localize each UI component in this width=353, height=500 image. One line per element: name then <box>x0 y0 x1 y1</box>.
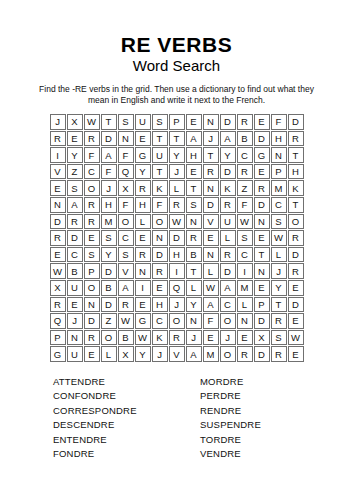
grid-cell-r3c6: G <box>135 147 151 163</box>
grid-cell-r5c6: R <box>135 180 151 196</box>
grid-cell-r10c12: I <box>237 263 253 279</box>
word-item-fondre: FONDRE <box>53 447 200 462</box>
grid-cell-r12c14: T <box>271 297 287 313</box>
grid-cell-r1c4: T <box>101 114 117 130</box>
grid-cell-r3c10: T <box>203 147 219 163</box>
grid-cell-r10c11: D <box>220 263 236 279</box>
grid-cell-r4c4: F <box>101 164 117 180</box>
grid-cell-r9c15: D <box>288 247 304 263</box>
grid-cell-r10c7: R <box>152 263 168 279</box>
grid-cell-r14c14: S <box>271 330 287 346</box>
grid-cell-r12c10: A <box>203 297 219 313</box>
grid-cell-r5c12: Z <box>237 180 253 196</box>
word-item-descendre: DESCENDRE <box>53 418 200 433</box>
grid-cell-r3c7: U <box>152 147 168 163</box>
grid-cell-r12c2: E <box>67 297 83 313</box>
word-item-entendre: ENTENDRE <box>53 433 200 448</box>
grid-cell-r7c8: W <box>169 214 185 230</box>
grid-cell-r15c12: R <box>237 346 253 362</box>
grid-cell-r11c6: I <box>135 280 151 296</box>
grid-cell-r6c5: F <box>118 197 134 213</box>
grid-cell-r1c8: P <box>169 114 185 130</box>
grid-cell-r9c1: E <box>50 247 66 263</box>
grid-cell-r6c8: R <box>169 197 185 213</box>
grid-cell-r6c11: R <box>220 197 236 213</box>
grid-cell-r10c9: T <box>186 263 202 279</box>
grid-cell-r3c13: G <box>254 147 270 163</box>
word-item-mordre: MORDRE <box>200 375 261 390</box>
grid-cell-r9c9: B <box>186 247 202 263</box>
grid-cell-r3c3: F <box>84 147 100 163</box>
grid-cell-r2c9: A <box>186 131 202 147</box>
grid-cell-r12c5: R <box>118 297 134 313</box>
grid-cell-r13c9: N <box>186 313 202 329</box>
grid-cell-r7c9: N <box>186 214 202 230</box>
grid-cell-r8c14: W <box>271 230 287 246</box>
grid-cell-r10c6: N <box>135 263 151 279</box>
grid-cell-r9c5: S <box>118 247 134 263</box>
grid-cell-r3c11: Y <box>220 147 236 163</box>
grid-cell-r1c5: S <box>118 114 134 130</box>
grid-cell-r14c13: X <box>254 330 270 346</box>
grid-cell-r12c4: D <box>101 297 117 313</box>
grid-cell-r12c11: C <box>220 297 236 313</box>
grid-cell-r5c5: X <box>118 180 134 196</box>
grid-cell-r15c8: V <box>169 346 185 362</box>
grid-cell-r8c13: E <box>254 230 270 246</box>
grid-cell-r1c15: D <box>288 114 304 130</box>
word-item-tordre: TORDRE <box>200 433 261 448</box>
grid-cell-r4c9: E <box>186 164 202 180</box>
grid-cell-r6c7: F <box>152 197 168 213</box>
grid-cell-r14c4: O <box>101 330 117 346</box>
grid-cell-r3c12: C <box>237 147 253 163</box>
grid-cell-r7c7: O <box>152 214 168 230</box>
grid-cell-r5c10: N <box>203 180 219 196</box>
word-item-perdre: PERDRE <box>200 389 261 404</box>
grid-cell-r2c7: T <box>152 131 168 147</box>
grid-cell-r1c14: F <box>271 114 287 130</box>
grid-cell-r10c15: R <box>288 263 304 279</box>
grid-cell-r1c13: E <box>254 114 270 130</box>
grid-cell-r6c3: R <box>84 197 100 213</box>
grid-cell-r2c13: D <box>254 131 270 147</box>
grid-cell-r11c13: E <box>254 280 270 296</box>
grid-cell-r8c9: R <box>186 230 202 246</box>
grid-cell-r14c7: K <box>152 330 168 346</box>
grid-cell-r3c8: Y <box>169 147 185 163</box>
grid-cell-r11c2: U <box>67 280 83 296</box>
grid-cell-r13c7: C <box>152 313 168 329</box>
grid-cell-r13c14: R <box>271 313 287 329</box>
grid-cell-r15c6: Y <box>135 346 151 362</box>
grid-cell-r9c3: S <box>84 247 100 263</box>
grid-cell-r13c8: O <box>169 313 185 329</box>
grid-cell-r6c9: S <box>186 197 202 213</box>
grid-cell-r4c8: J <box>169 164 185 180</box>
grid-cell-r8c12: S <box>237 230 253 246</box>
grid-cell-r2c1: R <box>50 131 66 147</box>
grid-cell-r12c1: R <box>50 297 66 313</box>
grid-cell-r3c5: F <box>118 147 134 163</box>
grid-cell-r15c9: A <box>186 346 202 362</box>
grid-cell-r2c6: E <box>135 131 151 147</box>
grid-cell-r3c9: H <box>186 147 202 163</box>
grid-cell-r14c12: E <box>237 330 253 346</box>
grid-cell-r8c10: E <box>203 230 219 246</box>
grid-cell-r8c2: D <box>67 230 83 246</box>
grid-cell-r5c13: R <box>254 180 270 196</box>
grid-cell-r2c4: D <box>101 131 117 147</box>
grid-cell-r4c11: D <box>220 164 236 180</box>
word-item-correspondre: CORRESPONDRE <box>53 404 200 419</box>
grid-cell-r10c13: N <box>254 263 270 279</box>
grid-cell-r9c14: L <box>271 247 287 263</box>
grid-cell-r15c10: M <box>203 346 219 362</box>
grid-cell-r15c14: R <box>271 346 287 362</box>
grid-cell-r11c8: Q <box>169 280 185 296</box>
word-item-attendre: ATTENDRE <box>53 375 200 390</box>
grid-cell-r5c14: M <box>271 180 287 196</box>
grid-cell-r13c13: D <box>254 313 270 329</box>
grid-cell-r11c10: W <box>203 280 219 296</box>
grid-cell-r5c8: L <box>169 180 185 196</box>
grid-cell-r2c5: N <box>118 131 134 147</box>
grid-cell-r11c7: E <box>152 280 168 296</box>
grid-cell-r4c3: C <box>84 164 100 180</box>
grid-cell-r12c7: H <box>152 297 168 313</box>
grid-cell-r11c3: O <box>84 280 100 296</box>
grid-cell-r5c15: K <box>288 180 304 196</box>
grid-cell-r10c10: L <box>203 263 219 279</box>
grid-cell-r13c12: N <box>237 313 253 329</box>
grid-cell-r13c2: J <box>67 313 83 329</box>
grid-cell-r8c5: C <box>118 230 134 246</box>
word-list: ATTENDRECONFONDRECORRESPONDREDESCENDREEN… <box>53 375 353 462</box>
grid-cell-r12c3: N <box>84 297 100 313</box>
grid-cell-r7c13: N <box>254 214 270 230</box>
grid-cell-r6c13: D <box>254 197 270 213</box>
grid-cell-r11c4: B <box>101 280 117 296</box>
grid-cell-r12c12: L <box>237 297 253 313</box>
grid-cell-r14c3: R <box>84 330 100 346</box>
grid-cell-r1c9: E <box>186 114 202 130</box>
grid-cell-r5c11: K <box>220 180 236 196</box>
grid-cell-r10c1: W <box>50 263 66 279</box>
grid-cell-r15c5: X <box>118 346 134 362</box>
grid-cell-r13c10: F <box>203 313 219 329</box>
word-list-left-column: ATTENDRECONFONDRECORRESPONDREDESCENDREEN… <box>53 375 200 462</box>
grid-cell-r1c10: N <box>203 114 219 130</box>
grid-cell-r9c11: R <box>220 247 236 263</box>
grid-cell-r12c8: J <box>169 297 185 313</box>
grid-cell-r12c13: P <box>254 297 270 313</box>
grid-cell-r5c3: O <box>84 180 100 196</box>
grid-cell-r10c8: I <box>169 263 185 279</box>
grid-cell-r13c3: D <box>84 313 100 329</box>
grid-cell-r5c4: J <box>101 180 117 196</box>
grid-cell-r15c4: L <box>101 346 117 362</box>
grid-cell-r12c6: E <box>135 297 151 313</box>
word-item-confondre: CONFONDRE <box>53 389 200 404</box>
grid-cell-r10c5: V <box>118 263 134 279</box>
grid-cell-r13c11: O <box>220 313 236 329</box>
grid-cell-r1c6: U <box>135 114 151 130</box>
grid-cell-r2c8: T <box>169 131 185 147</box>
grid-cell-r5c2: S <box>67 180 83 196</box>
grid-cell-r5c7: K <box>152 180 168 196</box>
grid-cell-r6c14: C <box>271 197 287 213</box>
word-search-grid: JXWTSUSPENDREFDRERDNETTAJABDHRIYFAFGUYHT… <box>50 114 304 362</box>
grid-cell-r2c11: A <box>220 131 236 147</box>
grid-cell-r8c3: E <box>84 230 100 246</box>
grid-cell-r1c1: J <box>50 114 66 130</box>
grid-cell-r8c7: N <box>152 230 168 246</box>
grid-cell-r4c6: Y <box>135 164 151 180</box>
page-subtitle: Word Search <box>0 58 353 75</box>
grid-cell-r4c5: Q <box>118 164 134 180</box>
grid-cell-r2c14: H <box>271 131 287 147</box>
grid-cell-r14c8: R <box>169 330 185 346</box>
grid-cell-r1c12: R <box>237 114 253 130</box>
grid-cell-r1c11: D <box>220 114 236 130</box>
page-title: RE VERBS <box>0 33 353 56</box>
grid-cell-r4c7: T <box>152 164 168 180</box>
grid-cell-r6c2: A <box>67 197 83 213</box>
grid-cell-r4c10: R <box>203 164 219 180</box>
grid-cell-r8c15: R <box>288 230 304 246</box>
grid-cell-r13c1: Q <box>50 313 66 329</box>
grid-cell-r15c7: J <box>152 346 168 362</box>
grid-cell-r8c6: E <box>135 230 151 246</box>
grid-cell-r2c2: E <box>67 131 83 147</box>
grid-cell-r4c13: E <box>254 164 270 180</box>
grid-cell-r9c8: H <box>169 247 185 263</box>
grid-cell-r2c15: R <box>288 131 304 147</box>
grid-cell-r15c15: E <box>288 346 304 362</box>
grid-cell-r6c1: N <box>50 197 66 213</box>
grid-cell-r7c1: D <box>50 214 66 230</box>
grid-cell-r9c12: C <box>237 247 253 263</box>
grid-cell-r15c2: U <box>67 346 83 362</box>
grid-cell-r11c11: A <box>220 280 236 296</box>
word-list-right-column: MORDREPERDRERENDRESUSPENDRETORDREVENDRE <box>200 375 261 462</box>
grid-cell-r7c2: R <box>67 214 83 230</box>
grid-cell-r9c7: D <box>152 247 168 263</box>
grid-cell-r9c6: R <box>135 247 151 263</box>
grid-cell-r5c9: T <box>186 180 202 196</box>
grid-cell-r11c1: X <box>50 280 66 296</box>
grid-cell-r2c3: R <box>84 131 100 147</box>
grid-cell-r3c1: I <box>50 147 66 163</box>
grid-cell-r1c7: S <box>152 114 168 130</box>
grid-cell-r14c1: P <box>50 330 66 346</box>
grid-cell-r1c2: X <box>67 114 83 130</box>
grid-cell-r9c4: Y <box>101 247 117 263</box>
grid-cell-r4c14: P <box>271 164 287 180</box>
grid-cell-r4c1: V <box>50 164 66 180</box>
grid-cell-r9c10: N <box>203 247 219 263</box>
grid-cell-r10c4: D <box>101 263 117 279</box>
worksheet-page: RE VERBS Word Search Find the -RE verbs … <box>0 0 353 462</box>
grid-cell-r3c2: Y <box>67 147 83 163</box>
grid-cell-r13c15: E <box>288 313 304 329</box>
grid-cell-r6c6: H <box>135 197 151 213</box>
grid-cell-r14c11: J <box>220 330 236 346</box>
grid-cell-r11c5: A <box>118 280 134 296</box>
grid-cell-r15c1: G <box>50 346 66 362</box>
grid-cell-r13c4: Z <box>101 313 117 329</box>
grid-cell-r7c10: V <box>203 214 219 230</box>
grid-cell-r15c11: O <box>220 346 236 362</box>
grid-cell-r11c12: M <box>237 280 253 296</box>
grid-cell-r13c6: G <box>135 313 151 329</box>
grid-cell-r7c4: M <box>101 214 117 230</box>
instructions-text: Find the -RE verbs in the grid. Then use… <box>28 84 326 106</box>
grid-cell-r6c15: T <box>288 197 304 213</box>
grid-cell-r10c14: J <box>271 263 287 279</box>
grid-cell-r6c10: D <box>203 197 219 213</box>
grid-cell-r12c15: D <box>288 297 304 313</box>
word-item-vendre: VENDRE <box>200 447 261 462</box>
grid-cell-r9c13: T <box>254 247 270 263</box>
grid-cell-r10c3: P <box>84 263 100 279</box>
grid-cell-r2c12: B <box>237 131 253 147</box>
word-item-rendre: RENDRE <box>200 404 261 419</box>
grid-cell-r7c12: W <box>237 214 253 230</box>
grid-cell-r4c2: Z <box>67 164 83 180</box>
grid-cell-r6c4: H <box>101 197 117 213</box>
grid-cell-r8c8: D <box>169 230 185 246</box>
grid-cell-r11c15: E <box>288 280 304 296</box>
grid-cell-r12c9: Y <box>186 297 202 313</box>
grid-cell-r1c3: W <box>84 114 100 130</box>
grid-cell-r8c11: L <box>220 230 236 246</box>
grid-cell-r7c6: L <box>135 214 151 230</box>
grid-cell-r3c15: T <box>288 147 304 163</box>
grid-cell-r9c2: C <box>67 247 83 263</box>
grid-cell-r7c11: U <box>220 214 236 230</box>
grid-cell-r10c2: B <box>67 263 83 279</box>
grid-cell-r14c6: W <box>135 330 151 346</box>
grid-cell-r15c3: E <box>84 346 100 362</box>
grid-cell-r3c14: N <box>271 147 287 163</box>
grid-cell-r13c5: W <box>118 313 134 329</box>
grid-cell-r14c15: W <box>288 330 304 346</box>
grid-cell-r11c9: L <box>186 280 202 296</box>
grid-cell-r3c4: A <box>101 147 117 163</box>
grid-cell-r2c10: J <box>203 131 219 147</box>
grid-cell-r8c4: S <box>101 230 117 246</box>
grid-cell-r7c14: S <box>271 214 287 230</box>
grid-cell-r14c2: N <box>67 330 83 346</box>
grid-cell-r4c15: H <box>288 164 304 180</box>
grid-cell-r7c15: O <box>288 214 304 230</box>
grid-cell-r14c5: B <box>118 330 134 346</box>
grid-cell-r7c5: O <box>118 214 134 230</box>
grid-cell-r7c3: R <box>84 214 100 230</box>
grid-cell-r11c14: Y <box>271 280 287 296</box>
grid-cell-r5c1: E <box>50 180 66 196</box>
grid-cell-r14c10: E <box>203 330 219 346</box>
grid-cell-r4c12: R <box>237 164 253 180</box>
grid-cell-r6c12: F <box>237 197 253 213</box>
grid-cell-r8c1: R <box>50 230 66 246</box>
grid-cell-r14c9: J <box>186 330 202 346</box>
word-item-suspendre: SUSPENDRE <box>200 418 261 433</box>
grid-cell-r15c13: D <box>254 346 270 362</box>
